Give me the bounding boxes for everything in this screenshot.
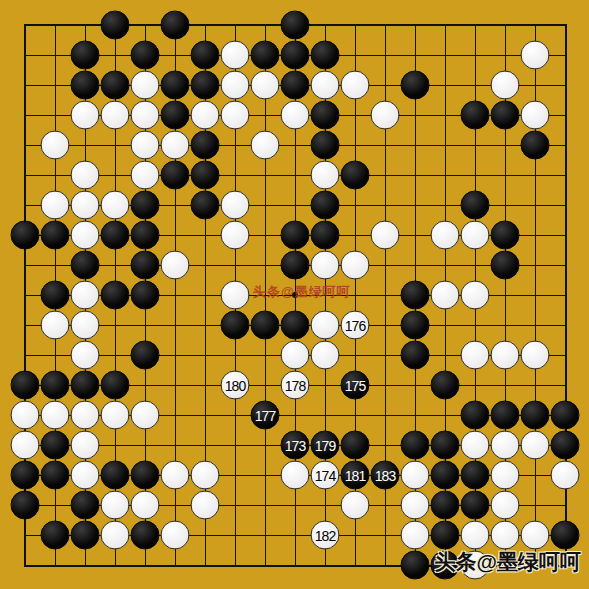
stone-white: [11, 401, 40, 430]
stone-black: [71, 491, 100, 520]
stone-black: [131, 521, 160, 550]
stone-black: [221, 311, 250, 340]
stone-white: [221, 221, 250, 250]
stone-white: [341, 251, 370, 280]
stone-black: [131, 341, 160, 370]
stone-black: [461, 191, 490, 220]
stone-white: [191, 461, 220, 490]
stone-black: [401, 281, 430, 310]
stone-white: [341, 491, 370, 520]
stone-black: [551, 401, 580, 430]
stone-black: [431, 431, 460, 460]
stone-black: [281, 71, 310, 100]
stone-black-move-175: 175: [341, 371, 370, 400]
stone-white: [491, 491, 520, 520]
stone-black-move-183: 183: [371, 461, 400, 490]
stone-black: [11, 491, 40, 520]
stone-black: [461, 491, 490, 520]
stone-black: [401, 341, 430, 370]
stone-black: [101, 371, 130, 400]
stone-white: [191, 491, 220, 520]
stone-white: [161, 251, 190, 280]
move-number-label: 179: [315, 438, 335, 452]
bottom-right-caption: 头条@墨绿呵呵: [435, 548, 581, 576]
stone-black: [431, 521, 460, 550]
stone-white: [11, 431, 40, 460]
stone-white: [311, 71, 340, 100]
stone-white: [491, 431, 520, 460]
stone-white: [521, 431, 550, 460]
stone-white: [161, 521, 190, 550]
stone-black: [191, 41, 220, 70]
stone-white: [281, 461, 310, 490]
stone-black: [401, 311, 430, 340]
stone-black: [461, 461, 490, 490]
stone-black: [341, 431, 370, 460]
stone-white: [431, 281, 460, 310]
stone-black: [251, 311, 280, 340]
stone-white: [371, 221, 400, 250]
stone-white: [341, 71, 370, 100]
stone-white: [371, 101, 400, 130]
stone-black: [281, 221, 310, 250]
stone-black: [281, 311, 310, 340]
stone-white: [521, 41, 550, 70]
stone-black: [311, 131, 340, 160]
stone-white: [71, 311, 100, 340]
stone-white: [251, 131, 280, 160]
stone-white: [131, 131, 160, 160]
stone-white: [431, 221, 460, 250]
stone-black: [191, 131, 220, 160]
stone-white: [521, 101, 550, 130]
stone-black: [311, 191, 340, 220]
stone-white: [251, 71, 280, 100]
stone-black: [131, 251, 160, 280]
go-game-screenshot: 176180178175177173179174181183182 头条@墨绿呵…: [0, 0, 589, 589]
stone-white: [191, 101, 220, 130]
stone-black-move-179: 179: [311, 431, 340, 460]
stone-white: [71, 221, 100, 250]
stone-black: [11, 221, 40, 250]
stone-black: [101, 281, 130, 310]
stone-white: [131, 71, 160, 100]
stone-white: [71, 191, 100, 220]
stone-black: [131, 461, 160, 490]
stone-black: [101, 11, 130, 40]
stone-black: [41, 221, 70, 250]
stone-white: [131, 491, 160, 520]
stone-black: [461, 401, 490, 430]
stone-black: [11, 461, 40, 490]
stone-black: [551, 521, 580, 550]
stone-black: [191, 71, 220, 100]
stone-black: [281, 41, 310, 70]
stone-white: [131, 161, 160, 190]
stone-white: [41, 191, 70, 220]
stone-black: [191, 161, 220, 190]
stone-white: [521, 521, 550, 550]
stone-white: [491, 521, 520, 550]
stone-black: [71, 371, 100, 400]
stone-white: [491, 341, 520, 370]
stone-white: [161, 131, 190, 160]
stone-black: [71, 521, 100, 550]
stone-white: [221, 191, 250, 220]
stone-black: [281, 251, 310, 280]
stone-white-move-180: 180: [221, 371, 250, 400]
stone-black: [521, 401, 550, 430]
stone-black-move-173: 173: [281, 431, 310, 460]
stone-white: [401, 491, 430, 520]
stone-black: [251, 41, 280, 70]
move-number-label: 182: [315, 528, 335, 542]
stone-white: [71, 101, 100, 130]
stone-white-move-178: 178: [281, 371, 310, 400]
stone-white: [131, 101, 160, 130]
stone-black: [311, 221, 340, 250]
stone-black: [101, 461, 130, 490]
stone-white: [461, 521, 490, 550]
stone-black: [131, 191, 160, 220]
stone-white: [41, 311, 70, 340]
stone-black: [131, 41, 160, 70]
stone-white: [41, 401, 70, 430]
stone-white: [221, 41, 250, 70]
stone-black: [491, 251, 520, 280]
stone-black: [341, 161, 370, 190]
stone-white: [461, 221, 490, 250]
stone-black: [401, 551, 430, 580]
stone-white: [221, 281, 250, 310]
stone-black: [491, 221, 520, 250]
stone-white: [221, 101, 250, 130]
stone-white: [71, 281, 100, 310]
move-number-label: 177: [255, 408, 275, 422]
stone-white: [311, 251, 340, 280]
stone-black: [281, 11, 310, 40]
stone-white: [71, 401, 100, 430]
stone-black: [461, 101, 490, 130]
stone-black: [161, 161, 190, 190]
stone-black: [71, 251, 100, 280]
stone-black: [41, 371, 70, 400]
stone-black: [401, 71, 430, 100]
stone-white: [461, 281, 490, 310]
stone-black-move-181: 181: [341, 461, 370, 490]
stone-white: [41, 131, 70, 160]
move-number-label: 181: [345, 468, 365, 482]
move-number-label: 173: [285, 438, 305, 452]
stone-white: [311, 161, 340, 190]
stone-black: [131, 281, 160, 310]
move-number-label: 174: [315, 468, 335, 482]
stone-white: [101, 401, 130, 430]
stone-white-move-174: 174: [311, 461, 340, 490]
move-number-label: 178: [285, 378, 305, 392]
stone-white: [401, 521, 430, 550]
stone-white-move-176: 176: [341, 311, 370, 340]
stone-black-move-177: 177: [251, 401, 280, 430]
stone-black: [41, 461, 70, 490]
stone-black: [311, 101, 340, 130]
stone-black: [491, 101, 520, 130]
stone-white: [71, 161, 100, 190]
stone-white: [71, 431, 100, 460]
stone-black: [161, 71, 190, 100]
stone-white: [101, 101, 130, 130]
stone-black: [131, 221, 160, 250]
stone-white: [281, 341, 310, 370]
stone-white: [311, 311, 340, 340]
stone-white-move-182: 182: [311, 521, 340, 550]
stone-black: [431, 491, 460, 520]
stone-white: [101, 521, 130, 550]
stone-black: [551, 431, 580, 460]
stone-white: [491, 461, 520, 490]
stone-black: [161, 11, 190, 40]
stone-white: [161, 461, 190, 490]
stone-black: [41, 521, 70, 550]
move-number-label: 180: [225, 378, 245, 392]
stone-black: [191, 191, 220, 220]
move-number-label: 176: [345, 318, 365, 332]
stone-black: [401, 431, 430, 460]
stone-white: [281, 101, 310, 130]
stone-black: [41, 281, 70, 310]
stone-white: [71, 461, 100, 490]
stone-black: [521, 131, 550, 160]
stone-black: [311, 41, 340, 70]
stone-white: [461, 341, 490, 370]
move-number-label: 183: [375, 468, 395, 482]
move-number-label: 175: [345, 378, 365, 392]
stone-black: [101, 221, 130, 250]
stone-white: [311, 341, 340, 370]
stone-black: [491, 401, 520, 430]
stone-black: [11, 371, 40, 400]
stone-white: [131, 401, 160, 430]
stone-white: [551, 461, 580, 490]
center-watermark-text: 头条@墨绿呵呵: [253, 283, 351, 301]
stone-black: [161, 101, 190, 130]
stone-black: [41, 431, 70, 460]
stone-white: [461, 431, 490, 460]
stone-black: [71, 71, 100, 100]
stone-black: [71, 41, 100, 70]
stone-black: [101, 71, 130, 100]
stone-white: [101, 191, 130, 220]
stone-white: [521, 341, 550, 370]
stone-white: [71, 341, 100, 370]
stone-white: [221, 71, 250, 100]
stone-white: [401, 461, 430, 490]
stone-black: [431, 371, 460, 400]
stone-black: [431, 461, 460, 490]
stone-white: [491, 71, 520, 100]
stone-white: [101, 491, 130, 520]
